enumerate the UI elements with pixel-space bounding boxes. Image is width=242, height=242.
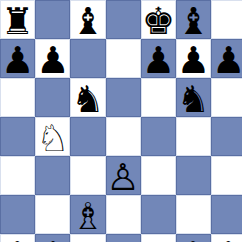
square-d3[interactable] (106, 195, 141, 234)
square-c5[interactable] (70, 117, 105, 156)
square-b3[interactable] (35, 195, 70, 234)
square-a4[interactable] (0, 156, 35, 195)
square-d8[interactable] (106, 0, 141, 39)
square-d5[interactable] (106, 117, 141, 156)
piece-black-rook[interactable]: ♜ (1, 3, 34, 40)
square-d2[interactable] (106, 234, 141, 242)
square-e6[interactable] (141, 78, 176, 117)
piece-black-queen[interactable]: ♛ (36, 237, 69, 242)
square-e7[interactable]: ♟ (141, 39, 176, 78)
square-f3[interactable] (176, 195, 211, 234)
square-a8[interactable]: ♜ (0, 0, 35, 39)
piece-white-pawn[interactable]: ♙ (177, 237, 210, 242)
square-f2[interactable]: ♙ (176, 234, 211, 242)
square-e8[interactable]: ♚ (141, 0, 176, 39)
piece-black-bishop[interactable]: ♝ (71, 3, 104, 40)
piece-black-pawn[interactable]: ♟ (1, 42, 34, 79)
square-b2[interactable]: ♛ (35, 234, 70, 242)
piece-black-pawn[interactable]: ♟ (177, 42, 210, 79)
square-a3[interactable] (0, 195, 35, 234)
square-g2[interactable]: ♙ (211, 234, 242, 242)
piece-white-pawn[interactable]: ♙ (107, 159, 140, 196)
piece-black-king[interactable]: ♚ (142, 3, 175, 40)
square-g5[interactable] (211, 117, 242, 156)
piece-black-knight[interactable]: ♞ (177, 81, 210, 118)
square-c4[interactable] (70, 156, 105, 195)
square-g7[interactable]: ♟ (211, 39, 242, 78)
square-f5[interactable] (176, 117, 211, 156)
square-b8[interactable] (35, 0, 70, 39)
square-c8[interactable]: ♝ (70, 0, 105, 39)
piece-black-pawn[interactable]: ♟ (142, 42, 175, 79)
square-a7[interactable]: ♟ (0, 39, 35, 78)
square-f6[interactable]: ♞ (176, 78, 211, 117)
square-c7[interactable] (70, 39, 105, 78)
square-e3[interactable] (141, 195, 176, 234)
square-d7[interactable] (106, 39, 141, 78)
square-g6[interactable] (211, 78, 242, 117)
square-b5[interactable]: ♘ (35, 117, 70, 156)
piece-black-pawn[interactable]: ♟ (212, 42, 242, 79)
square-d6[interactable] (106, 78, 141, 117)
piece-black-pawn[interactable]: ♟ (36, 42, 69, 79)
square-c3[interactable]: ♗ (70, 195, 105, 234)
piece-black-knight[interactable]: ♞ (71, 81, 104, 118)
piece-white-pawn[interactable]: ♙ (212, 237, 242, 242)
piece-white-bishop[interactable]: ♗ (71, 198, 104, 235)
square-e2[interactable] (141, 234, 176, 242)
square-g4[interactable] (211, 156, 242, 195)
square-f8[interactable]: ♝ (176, 0, 211, 39)
piece-black-bishop[interactable]: ♝ (177, 3, 210, 40)
square-a2[interactable]: ♙ (0, 234, 35, 242)
square-g3[interactable] (211, 195, 242, 234)
square-f7[interactable]: ♟ (176, 39, 211, 78)
square-a5[interactable] (0, 117, 35, 156)
square-a6[interactable] (0, 78, 35, 117)
square-e5[interactable] (141, 117, 176, 156)
square-c2[interactable] (70, 234, 105, 242)
square-g8[interactable] (211, 0, 242, 39)
square-b4[interactable] (35, 156, 70, 195)
square-e4[interactable] (141, 156, 176, 195)
square-f4[interactable] (176, 156, 211, 195)
square-b7[interactable]: ♟ (35, 39, 70, 78)
square-c6[interactable]: ♞ (70, 78, 105, 117)
square-b6[interactable] (35, 78, 70, 117)
chess-board: ♜♝♚♝♜♟♟♟♟♟♟♞♞♘♙♗♙♛♙♙♙♖♕♔♗♘♖ (0, 0, 242, 242)
piece-white-knight[interactable]: ♘ (36, 120, 69, 157)
piece-white-pawn[interactable]: ♙ (1, 237, 34, 242)
square-d4[interactable]: ♙ (106, 156, 141, 195)
